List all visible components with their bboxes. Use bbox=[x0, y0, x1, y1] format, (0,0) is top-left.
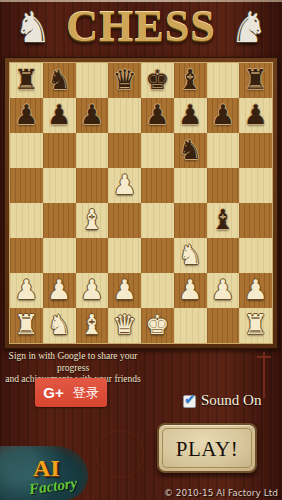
square-d6[interactable] bbox=[108, 133, 141, 168]
square-f1[interactable] bbox=[174, 308, 207, 343]
play-button[interactable]: PLAY! bbox=[157, 423, 257, 473]
square-c3[interactable] bbox=[76, 238, 109, 273]
sound-checkbox[interactable]: ✔ bbox=[183, 395, 196, 408]
black-p-piece: ♟ bbox=[141, 98, 174, 133]
square-a5[interactable] bbox=[10, 168, 43, 203]
square-c6[interactable] bbox=[76, 133, 109, 168]
square-d5[interactable]: ♟ bbox=[108, 168, 141, 203]
square-f5[interactable] bbox=[174, 168, 207, 203]
square-b1[interactable]: ♞ bbox=[43, 308, 76, 343]
square-c1[interactable]: ♝ bbox=[76, 308, 109, 343]
white-b-piece: ♝ bbox=[76, 308, 109, 343]
square-d7[interactable] bbox=[108, 98, 141, 133]
square-f3[interactable]: ♞ bbox=[174, 238, 207, 273]
square-f6[interactable]: ♞ bbox=[174, 133, 207, 168]
square-a4[interactable] bbox=[10, 203, 43, 238]
square-g7[interactable]: ♟ bbox=[207, 98, 240, 133]
white-n-piece: ♞ bbox=[43, 308, 76, 343]
white-p-piece: ♟ bbox=[43, 273, 76, 308]
square-a2[interactable]: ♟ bbox=[10, 273, 43, 308]
square-a6[interactable] bbox=[10, 133, 43, 168]
black-b-piece: ♝ bbox=[207, 203, 240, 238]
square-b7[interactable]: ♟ bbox=[43, 98, 76, 133]
black-n-piece: ♞ bbox=[43, 63, 76, 98]
black-q-piece: ♛ bbox=[108, 63, 141, 98]
black-k-piece: ♚ bbox=[141, 63, 174, 98]
white-p-piece: ♟ bbox=[108, 168, 141, 203]
checkmark-icon: ✔ bbox=[184, 391, 196, 407]
square-f2[interactable]: ♟ bbox=[174, 273, 207, 308]
square-e4[interactable] bbox=[141, 203, 174, 238]
play-button-label: PLAY! bbox=[159, 437, 255, 462]
square-b4[interactable] bbox=[43, 203, 76, 238]
square-b8[interactable]: ♞ bbox=[43, 63, 76, 98]
black-r-piece: ♜ bbox=[239, 63, 272, 98]
square-g2[interactable]: ♟ bbox=[207, 273, 240, 308]
white-q-piece: ♛ bbox=[108, 308, 141, 343]
square-a1[interactable]: ♜ bbox=[10, 308, 43, 343]
square-d4[interactable] bbox=[108, 203, 141, 238]
chess-board[interactable]: ♜♞♛♚♝♜♟♟♟♟♟♟♟♞♟♝♝♞♟♟♟♟♟♟♟♜♞♝♛♚♜ bbox=[10, 63, 272, 343]
square-d3[interactable] bbox=[108, 238, 141, 273]
square-h2[interactable]: ♟ bbox=[239, 273, 272, 308]
square-h7[interactable]: ♟ bbox=[239, 98, 272, 133]
square-c2[interactable]: ♟ bbox=[76, 273, 109, 308]
signin-line1: Sign in with Google to share your progre… bbox=[4, 351, 142, 374]
white-b-piece: ♝ bbox=[76, 203, 109, 238]
square-b6[interactable] bbox=[43, 133, 76, 168]
white-n-piece: ♞ bbox=[174, 238, 207, 273]
google-signin-button[interactable]: G+ 登录 bbox=[35, 378, 107, 407]
white-p-piece: ♟ bbox=[207, 273, 240, 308]
square-d8[interactable]: ♛ bbox=[108, 63, 141, 98]
square-g5[interactable] bbox=[207, 168, 240, 203]
square-c7[interactable]: ♟ bbox=[76, 98, 109, 133]
square-f8[interactable]: ♝ bbox=[174, 63, 207, 98]
square-b2[interactable]: ♟ bbox=[43, 273, 76, 308]
chess-board-frame: ♜♞♛♚♝♜♟♟♟♟♟♟♟♞♟♝♝♞♟♟♟♟♟♟♟♜♞♝♛♚♜ bbox=[4, 57, 278, 349]
square-h5[interactable] bbox=[239, 168, 272, 203]
square-c5[interactable] bbox=[76, 168, 109, 203]
white-p-piece: ♟ bbox=[239, 273, 272, 308]
square-f4[interactable] bbox=[174, 203, 207, 238]
black-p-piece: ♟ bbox=[207, 98, 240, 133]
square-c8[interactable] bbox=[76, 63, 109, 98]
square-d2[interactable]: ♟ bbox=[108, 273, 141, 308]
google-signin-label: 登录 bbox=[73, 384, 99, 402]
square-e1[interactable]: ♚ bbox=[141, 308, 174, 343]
square-g6[interactable] bbox=[207, 133, 240, 168]
white-p-piece: ♟ bbox=[174, 273, 207, 308]
square-c4[interactable]: ♝ bbox=[76, 203, 109, 238]
square-a3[interactable] bbox=[10, 238, 43, 273]
white-p-piece: ♟ bbox=[10, 273, 43, 308]
square-g8[interactable] bbox=[207, 63, 240, 98]
black-p-piece: ♟ bbox=[10, 98, 43, 133]
sketch-circle-icon bbox=[96, 430, 144, 478]
square-e8[interactable]: ♚ bbox=[141, 63, 174, 98]
square-h4[interactable] bbox=[239, 203, 272, 238]
white-r-piece: ♜ bbox=[10, 308, 43, 343]
square-a7[interactable]: ♟ bbox=[10, 98, 43, 133]
square-e2[interactable] bbox=[141, 273, 174, 308]
black-p-piece: ♟ bbox=[239, 98, 272, 133]
square-e6[interactable] bbox=[141, 133, 174, 168]
square-h3[interactable] bbox=[239, 238, 272, 273]
sound-label: Sound On bbox=[201, 392, 261, 409]
square-g4[interactable]: ♝ bbox=[207, 203, 240, 238]
white-r-piece: ♜ bbox=[239, 308, 272, 343]
square-h8[interactable]: ♜ bbox=[239, 63, 272, 98]
square-e5[interactable] bbox=[141, 168, 174, 203]
black-b-piece: ♝ bbox=[174, 63, 207, 98]
white-p-piece: ♟ bbox=[76, 273, 109, 308]
gplus-icon: G+ bbox=[43, 384, 63, 401]
square-h1[interactable]: ♜ bbox=[239, 308, 272, 343]
white-k-piece: ♚ bbox=[141, 308, 174, 343]
square-a8[interactable]: ♜ bbox=[10, 63, 43, 98]
app-screen: ♞ CHESS ♞ ♜♞♛♚♝♜♟♟♟♟♟♟♟♞♟♝♝♞♟♟♟♟♟♟♟♜♞♝♛♚… bbox=[0, 0, 282, 500]
square-h6[interactable] bbox=[239, 133, 272, 168]
white-p-piece: ♟ bbox=[108, 273, 141, 308]
knight-right-icon: ♞ bbox=[230, 3, 268, 53]
black-p-piece: ♟ bbox=[43, 98, 76, 133]
black-r-piece: ♜ bbox=[10, 63, 43, 98]
title-bar: ♞ CHESS ♞ bbox=[0, 0, 282, 56]
black-p-piece: ♟ bbox=[76, 98, 109, 133]
square-f7[interactable]: ♟ bbox=[174, 98, 207, 133]
square-e7[interactable]: ♟ bbox=[141, 98, 174, 133]
chess-board-border: ♜♞♛♚♝♜♟♟♟♟♟♟♟♞♟♝♝♞♟♟♟♟♟♟♟♜♞♝♛♚♜ bbox=[9, 62, 273, 344]
square-b3[interactable] bbox=[43, 238, 76, 273]
square-g3[interactable] bbox=[207, 238, 240, 273]
black-n-piece: ♞ bbox=[174, 133, 207, 168]
square-b5[interactable] bbox=[43, 168, 76, 203]
square-e3[interactable] bbox=[141, 238, 174, 273]
copyright-text: © 2010-15 AI Factory Ltd bbox=[164, 488, 278, 498]
square-d1[interactable]: ♛ bbox=[108, 308, 141, 343]
square-g1[interactable] bbox=[207, 308, 240, 343]
black-p-piece: ♟ bbox=[174, 98, 207, 133]
